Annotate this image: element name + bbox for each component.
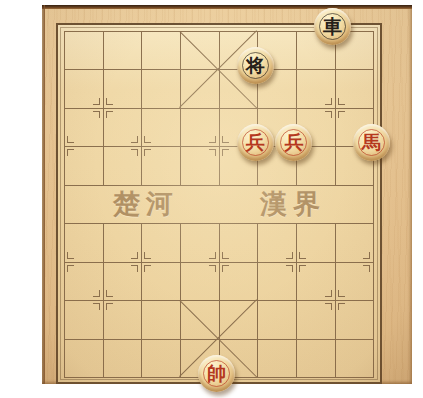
piece-glyph: 車 bbox=[323, 17, 342, 36]
piece-black-general[interactable]: 将 bbox=[237, 47, 274, 84]
piece-glyph: 兵 bbox=[284, 133, 303, 152]
piece-black-chariot[interactable]: 車 bbox=[314, 8, 351, 45]
piece-red-horse[interactable]: 馬 bbox=[353, 124, 390, 161]
piece-glyph: 帥 bbox=[207, 364, 226, 383]
piece-red-soldier-2[interactable]: 兵 bbox=[275, 124, 312, 161]
piece-glyph: 兵 bbox=[246, 133, 265, 152]
piece-red-soldier-1[interactable]: 兵 bbox=[237, 124, 274, 161]
piece-red-general[interactable]: 帥 bbox=[198, 355, 235, 392]
piece-glyph: 馬 bbox=[362, 133, 381, 152]
pieces-layer: 車将兵兵馬帥 bbox=[42, 5, 412, 384]
piece-glyph: 将 bbox=[246, 56, 265, 75]
xiangqi-board[interactable]: 楚河 漢界 車将兵兵馬帥 bbox=[42, 5, 412, 384]
screenshot-canvas: 楚河 漢界 車将兵兵馬帥 bbox=[0, 0, 423, 398]
